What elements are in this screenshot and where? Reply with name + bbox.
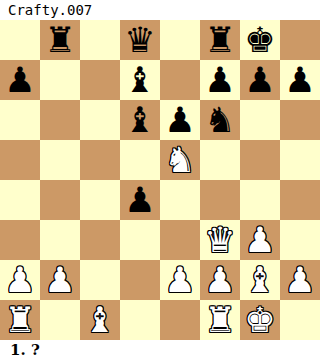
piece-white-pawn: ♟ — [164, 260, 195, 300]
square-b1[interactable] — [40, 300, 80, 340]
piece-white-queen: ♛ — [204, 220, 235, 260]
piece-white-knight: ♞ — [164, 140, 195, 180]
piece-white-rook: ♜ — [4, 300, 35, 340]
piece-white-king: ♚ — [244, 300, 275, 340]
square-b6[interactable] — [40, 100, 80, 140]
square-h5[interactable] — [280, 140, 320, 180]
square-g2[interactable]: ♝ — [240, 260, 280, 300]
chess-board: ♜♛♜♚♟♝♟♟♟♝♟♞♞♟♛♟♟♟♟♟♝♟♜♝♜♚ — [0, 20, 320, 340]
square-e7[interactable] — [160, 60, 200, 100]
square-b7[interactable] — [40, 60, 80, 100]
square-b4[interactable] — [40, 180, 80, 220]
piece-black-pawn: ♟ — [164, 100, 195, 140]
square-b2[interactable]: ♟ — [40, 260, 80, 300]
square-a7[interactable]: ♟ — [0, 60, 40, 100]
square-g6[interactable] — [240, 100, 280, 140]
square-c6[interactable] — [80, 100, 120, 140]
square-h7[interactable]: ♟ — [280, 60, 320, 100]
square-c3[interactable] — [80, 220, 120, 260]
crafty-window: Crafty.007 ♜♛♜♚♟♝♟♟♟♝♟♞♞♟♛♟♟♟♟♟♝♟♜♝♜♚ 1.… — [0, 0, 320, 360]
square-g5[interactable] — [240, 140, 280, 180]
square-b5[interactable] — [40, 140, 80, 180]
square-e4[interactable] — [160, 180, 200, 220]
square-e3[interactable] — [160, 220, 200, 260]
square-f7[interactable]: ♟ — [200, 60, 240, 100]
square-f3[interactable]: ♛ — [200, 220, 240, 260]
square-d1[interactable] — [120, 300, 160, 340]
square-f1[interactable]: ♜ — [200, 300, 240, 340]
square-c7[interactable] — [80, 60, 120, 100]
square-f8[interactable]: ♜ — [200, 20, 240, 60]
square-e5[interactable]: ♞ — [160, 140, 200, 180]
square-a1[interactable]: ♜ — [0, 300, 40, 340]
status-bar: 1. ? — [0, 340, 320, 360]
piece-white-rook: ♜ — [204, 300, 235, 340]
square-a2[interactable]: ♟ — [0, 260, 40, 300]
square-a4[interactable] — [0, 180, 40, 220]
square-h3[interactable] — [280, 220, 320, 260]
square-g3[interactable]: ♟ — [240, 220, 280, 260]
square-e8[interactable] — [160, 20, 200, 60]
square-b8[interactable]: ♜ — [40, 20, 80, 60]
piece-white-pawn: ♟ — [44, 260, 75, 300]
square-c8[interactable] — [80, 20, 120, 60]
piece-black-bishop: ♝ — [124, 100, 155, 140]
square-g7[interactable]: ♟ — [240, 60, 280, 100]
piece-black-king: ♚ — [244, 20, 275, 60]
piece-black-queen: ♛ — [124, 20, 155, 60]
square-d6[interactable]: ♝ — [120, 100, 160, 140]
window-title: Crafty.007 — [8, 2, 92, 18]
piece-black-rook: ♜ — [204, 20, 235, 60]
square-f6[interactable]: ♞ — [200, 100, 240, 140]
square-g1[interactable]: ♚ — [240, 300, 280, 340]
square-d3[interactable] — [120, 220, 160, 260]
square-d7[interactable]: ♝ — [120, 60, 160, 100]
piece-white-bishop: ♝ — [84, 300, 115, 340]
piece-white-pawn: ♟ — [4, 260, 35, 300]
square-h6[interactable] — [280, 100, 320, 140]
square-c2[interactable] — [80, 260, 120, 300]
square-e1[interactable] — [160, 300, 200, 340]
title-bar: Crafty.007 — [0, 0, 320, 20]
square-e2[interactable]: ♟ — [160, 260, 200, 300]
square-h2[interactable]: ♟ — [280, 260, 320, 300]
square-b3[interactable] — [40, 220, 80, 260]
square-f5[interactable] — [200, 140, 240, 180]
square-a5[interactable] — [0, 140, 40, 180]
piece-black-pawn: ♟ — [4, 60, 35, 100]
piece-white-pawn: ♟ — [284, 260, 315, 300]
square-h1[interactable] — [280, 300, 320, 340]
square-d4[interactable]: ♟ — [120, 180, 160, 220]
piece-black-bishop: ♝ — [124, 60, 155, 100]
square-g4[interactable] — [240, 180, 280, 220]
move-prompt: 1. ? — [10, 341, 40, 359]
square-h8[interactable] — [280, 20, 320, 60]
piece-white-bishop: ♝ — [244, 260, 275, 300]
square-h4[interactable] — [280, 180, 320, 220]
piece-black-pawn: ♟ — [284, 60, 315, 100]
piece-black-pawn: ♟ — [204, 60, 235, 100]
square-a3[interactable] — [0, 220, 40, 260]
square-e6[interactable]: ♟ — [160, 100, 200, 140]
square-d8[interactable]: ♛ — [120, 20, 160, 60]
square-f4[interactable] — [200, 180, 240, 220]
square-d2[interactable] — [120, 260, 160, 300]
square-a6[interactable] — [0, 100, 40, 140]
piece-black-pawn: ♟ — [244, 60, 275, 100]
piece-black-knight: ♞ — [204, 100, 235, 140]
square-d5[interactable] — [120, 140, 160, 180]
square-c5[interactable] — [80, 140, 120, 180]
piece-black-pawn: ♟ — [124, 180, 155, 220]
square-c1[interactable]: ♝ — [80, 300, 120, 340]
piece-black-rook: ♜ — [44, 20, 75, 60]
piece-white-pawn: ♟ — [244, 220, 275, 260]
square-f2[interactable]: ♟ — [200, 260, 240, 300]
square-c4[interactable] — [80, 180, 120, 220]
square-a8[interactable] — [0, 20, 40, 60]
square-g8[interactable]: ♚ — [240, 20, 280, 60]
piece-white-pawn: ♟ — [204, 260, 235, 300]
